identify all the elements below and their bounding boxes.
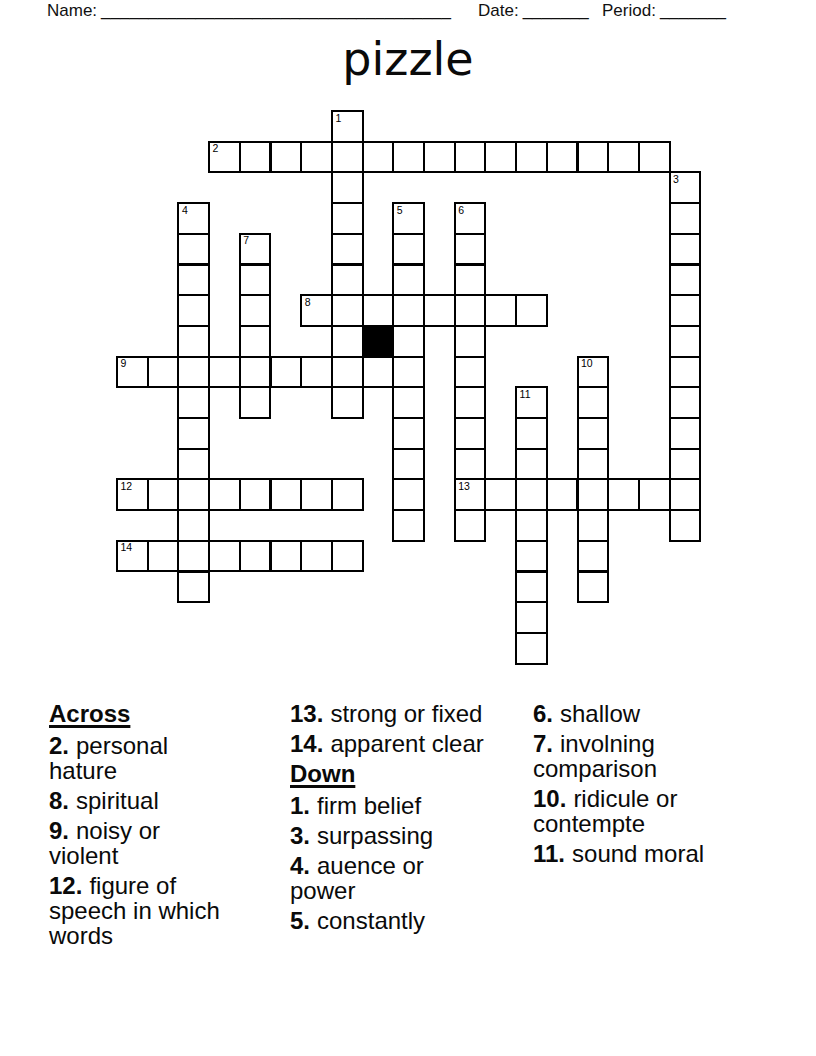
grid-cell[interactable] [177,356,210,389]
grid-cell[interactable] [147,356,180,389]
grid-cell[interactable] [331,202,364,235]
grid-cell[interactable] [392,417,425,450]
grid-cell[interactable] [669,264,702,297]
cell-number: 1 [335,113,341,124]
cell-number: 10 [581,358,593,369]
grid-cell[interactable]: 14 [116,540,149,573]
grid-cell[interactable] [177,417,210,450]
grid-cell[interactable] [177,233,210,266]
grid-cell[interactable] [239,356,272,389]
black-cell [362,325,395,358]
clue-number: 7. [533,730,560,757]
grid-cell[interactable] [669,233,702,266]
period-label: Period: [602,1,656,20]
grid-cell[interactable] [392,509,425,542]
grid-cell[interactable] [331,233,364,266]
grid-cell[interactable] [208,356,241,389]
clue-text: sound moral [572,840,704,867]
grid-cell[interactable] [239,264,272,297]
cell-number: 7 [243,235,249,246]
grid-cell[interactable] [392,386,425,419]
grid-cell[interactable]: 13 [454,478,487,511]
grid-cell[interactable]: 5 [392,202,425,235]
grid-cell[interactable] [270,356,303,389]
grid-cell[interactable] [239,540,272,573]
clue-text: surpassing [317,822,433,849]
grid-cell[interactable] [515,601,548,634]
grid-cell[interactable] [177,571,210,604]
grid-cell[interactable] [577,509,610,542]
grid-cell[interactable] [577,417,610,450]
cell-number: 9 [121,358,127,369]
grid-cell[interactable] [669,417,702,450]
grid-cell[interactable] [177,478,210,511]
clue-number: 2. [49,732,76,759]
grid-cell[interactable] [392,233,425,266]
grid-cell[interactable] [546,141,579,174]
clue-across-13: 13.strong or fixed [290,701,532,726]
down-heading: Down [290,761,532,786]
grid-cell[interactable] [331,264,364,297]
grid-cell[interactable] [515,417,548,450]
grid-cell[interactable] [484,294,517,327]
grid-cell[interactable] [177,325,210,358]
grid-cell[interactable] [208,478,241,511]
grid-cell[interactable] [669,294,702,327]
grid-cell[interactable] [546,478,579,511]
clue-number: 13. [290,700,330,727]
grid-cell[interactable]: 12 [116,478,149,511]
grid-cell[interactable] [454,141,487,174]
clue-down-3: 3.surpassing [290,823,532,848]
grid-cell[interactable] [669,509,702,542]
clue-down-6: 6.shallow [533,701,761,726]
clue-number: 3. [290,822,317,849]
grid-cell[interactable] [392,294,425,327]
grid-cell[interactable]: 1 [331,110,364,143]
grid-cell[interactable] [669,448,702,481]
date-blank-line[interactable]: _______ [523,1,589,20]
grid-cell[interactable] [270,540,303,573]
grid-cell[interactable] [454,509,487,542]
grid-cell[interactable] [454,264,487,297]
grid-cell[interactable] [331,540,364,573]
grid-cell[interactable] [423,141,456,174]
grid-cell[interactable] [270,478,303,511]
grid-cell[interactable] [392,141,425,174]
cell-number: 6 [458,205,464,216]
clue-column-3: 6.shallow 7.involning comparison 10.ridi… [533,701,761,871]
grid-cell[interactable] [669,386,702,419]
grid-cell[interactable] [638,141,671,174]
grid-cell[interactable] [669,202,702,235]
grid-cell[interactable] [669,356,702,389]
clue-text: shallow [560,700,640,727]
grid-cell[interactable] [362,294,395,327]
period-blank-line[interactable]: _______ [660,1,726,20]
clue-column-2: 13.strong or fixed 14.apparent clear Dow… [290,701,532,938]
grid-cell[interactable] [270,141,303,174]
grid-cell[interactable] [147,478,180,511]
grid-cell[interactable]: 4 [177,202,210,235]
grid-cell[interactable] [239,478,272,511]
grid-cell[interactable]: 8 [300,294,333,327]
clue-number: 5. [290,907,317,934]
grid-cell[interactable] [392,478,425,511]
grid-cell[interactable] [515,509,548,542]
grid-cell[interactable] [177,509,210,542]
grid-cell[interactable] [392,325,425,358]
grid-cell[interactable] [239,294,272,327]
clue-text: constantly [317,907,425,934]
clue-number: 14. [290,730,330,757]
clue-down-1: 1.firm belief [290,793,532,818]
grid-cell[interactable] [515,540,548,573]
clue-text: strong or fixed [330,700,482,727]
grid-cell[interactable] [177,294,210,327]
grid-cell[interactable] [331,478,364,511]
grid-cell[interactable] [577,540,610,573]
cell-number: 13 [458,481,470,492]
cell-number: 12 [121,481,133,492]
grid-cell[interactable] [454,417,487,450]
clue-number: 9. [49,817,76,844]
grid-cell[interactable] [331,356,364,389]
period-field: Period:_______ [602,1,726,21]
cell-number: 3 [673,174,679,185]
clue-text: apparent clear [330,730,483,757]
grid-cell[interactable] [300,478,333,511]
cell-number: 11 [520,389,531,400]
grid-cell[interactable] [515,448,548,481]
grid-cell[interactable] [300,356,333,389]
grid-cell[interactable]: 6 [454,202,487,235]
clue-number: 6. [533,700,560,727]
grid-cell[interactable] [515,478,548,511]
grid-cell[interactable] [331,141,364,174]
grid-cell[interactable] [454,325,487,358]
grid-cell[interactable] [638,478,671,511]
clue-number: 8. [49,787,76,814]
name-field: Name:___________________________________… [47,1,451,21]
clue-across-14: 14.apparent clear [290,731,532,756]
grid-cell[interactable] [454,356,487,389]
name-label: Name: [47,1,97,20]
grid-cell[interactable] [454,386,487,419]
clue-number: 10. [533,785,573,812]
grid-cell[interactable] [607,141,640,174]
cell-number: 5 [397,205,403,216]
grid-cell[interactable] [454,448,487,481]
clue-down-7: 7.involning comparison [533,731,761,781]
crossword-grid: 1234567891011121314 [116,110,700,663]
clue-down-5: 5.constantly [290,908,532,933]
cell-number: 2 [213,143,219,154]
grid-cell[interactable]: 11 [515,386,548,419]
grid-cell[interactable] [423,294,456,327]
clue-down-4: 4.auence or power [290,853,532,903]
grid-cell[interactable] [239,141,272,174]
clue-number: 12. [49,872,89,899]
clue-column-1: Across 2.personal hature 8.spiritual 9.n… [49,701,257,953]
crossword-worksheet-page: Name:___________________________________… [0,0,816,1056]
grid-cell[interactable] [454,233,487,266]
grid-cell[interactable] [577,141,610,174]
grid-cell[interactable] [577,478,610,511]
grid-cell[interactable] [177,448,210,481]
grid-cell[interactable] [515,141,548,174]
grid-cell[interactable] [577,571,610,604]
grid-cell[interactable] [177,540,210,573]
grid-cell[interactable] [392,264,425,297]
clue-number: 1. [290,792,317,819]
clue-across-2: 2.personal hature [49,733,257,783]
clue-across-8: 8.spiritual [49,788,257,813]
grid-cell[interactable] [607,478,640,511]
clue-number: 4. [290,852,317,879]
grid-cell[interactable] [331,294,364,327]
date-label: Date: [478,1,519,20]
grid-cell[interactable] [577,448,610,481]
grid-cell[interactable] [362,356,395,389]
grid-cell[interactable] [669,478,702,511]
grid-cell[interactable] [515,294,548,327]
across-heading: Across [49,701,257,726]
grid-cell[interactable] [331,325,364,358]
grid-cell[interactable] [239,386,272,419]
cell-number: 14 [121,542,133,553]
grid-cell[interactable] [300,540,333,573]
name-blank-line[interactable]: _____________________________________ [101,1,451,20]
cell-number: 8 [305,297,311,308]
cell-number: 4 [182,205,188,216]
grid-cell[interactable] [300,141,333,174]
grid-cell[interactable]: 7 [239,233,272,266]
grid-cell[interactable] [669,325,702,358]
clue-across-9: 9.noisy or violent [49,818,257,868]
grid-cell[interactable]: 3 [669,171,702,204]
grid-cell[interactable]: 10 [577,356,610,389]
grid-cell[interactable] [362,141,395,174]
clue-text: firm belief [317,792,421,819]
clue-text: spiritual [76,787,159,814]
grid-cell[interactable] [177,264,210,297]
clue-down-10: 10.ridicule or contempte [533,786,761,836]
grid-cell[interactable]: 9 [116,356,149,389]
date-field: Date:_______ [478,1,589,21]
clue-number: 11. [533,840,572,867]
grid-cell[interactable] [392,448,425,481]
puzzle-title: pizzle [0,33,816,85]
grid-cell[interactable] [331,386,364,419]
grid-cell[interactable] [577,386,610,419]
grid-cell[interactable] [454,294,487,327]
grid-cell[interactable] [239,325,272,358]
grid-cell[interactable] [392,356,425,389]
grid-cell[interactable] [484,141,517,174]
grid-cell[interactable]: 2 [208,141,241,174]
grid-cell[interactable] [484,478,517,511]
clue-down-11: 11.sound moral [533,841,761,866]
grid-cell[interactable] [331,171,364,204]
grid-cell[interactable] [177,386,210,419]
grid-cell[interactable] [147,540,180,573]
grid-cell[interactable] [515,571,548,604]
grid-cell[interactable] [515,632,548,665]
clue-across-12: 12.figure of speech in which words [49,873,257,948]
grid-cell[interactable] [208,540,241,573]
